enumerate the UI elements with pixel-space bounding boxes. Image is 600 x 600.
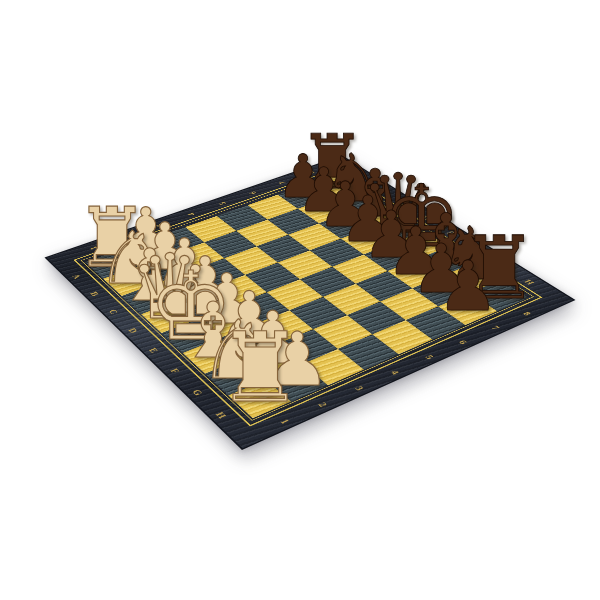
piece-black-pawn-h7: ♟ — [437, 252, 499, 321]
pieces-layer: ♜♞♝♛♚♝♞♜♟♟♟♟♟♟♟♟♟♟♟♟♟♟♟♟♜♞♝♛♚♝♞♜ — [0, 0, 600, 600]
black-pawn-glyph: ♟ — [437, 252, 499, 321]
white-rook-glyph: ♜ — [217, 320, 303, 416]
piece-white-rook-h1: ♜ — [217, 320, 303, 416]
chess-set-photo: ABCDEFGHABCDEFGH1234567812345678 ♜♞♝♛♚♝♞… — [0, 0, 600, 600]
